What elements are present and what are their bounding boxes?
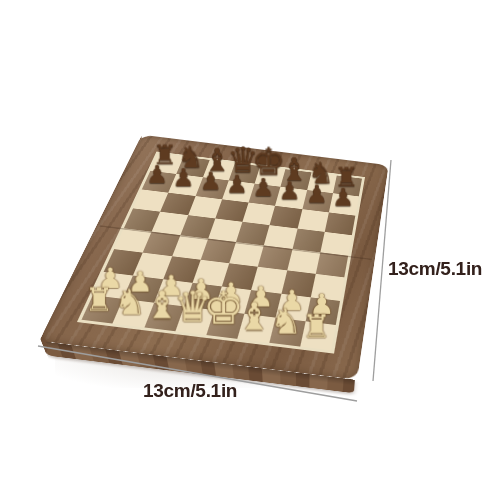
square-d3 — [192, 260, 229, 286]
square-c2 — [154, 279, 193, 306]
square-d4 — [200, 239, 236, 264]
square-f3 — [252, 267, 287, 293]
square-a1 — [82, 295, 124, 324]
board-playfield — [77, 151, 365, 353]
square-g2 — [275, 293, 311, 321]
square-b2 — [123, 275, 163, 302]
square-e1 — [206, 310, 244, 339]
square-g4 — [287, 249, 320, 274]
chess-scene: ♜♞♝♛♚♝♞♜♟♟♟♟♟♟♟♟♟♟♟♟♟♟♟♟♜♞♝♛♚♝♞♜ — [96, 102, 376, 382]
dimension-label-height: 13cm/5.1in — [388, 258, 482, 280]
square-h3 — [311, 274, 345, 301]
square-e4 — [229, 242, 264, 267]
square-a4 — [114, 228, 152, 253]
dimension-label-width: 13cm/5.1in — [143, 380, 237, 402]
square-h1 — [300, 321, 336, 350]
square-f1 — [238, 314, 276, 343]
square-d2 — [184, 282, 222, 309]
square-b4 — [143, 232, 180, 257]
square-c1 — [144, 302, 184, 331]
square-f2 — [245, 290, 281, 318]
square-g3 — [281, 271, 315, 297]
chess-board: ♜♞♝♛♚♝♞♜♟♟♟♟♟♟♟♟♟♟♟♟♟♟♟♟♜♞♝♛♚♝♞♜ — [39, 135, 388, 380]
product-photo-canvas: ♜♞♝♛♚♝♞♜♟♟♟♟♟♟♟♟♟♟♟♟♟♟♟♟♜♞♝♛♚♝♞♜ 13cm/5.… — [0, 0, 500, 500]
square-d1 — [175, 306, 214, 335]
board-frame — [39, 135, 388, 380]
square-b3 — [133, 253, 171, 279]
square-e2 — [214, 286, 251, 314]
square-a2 — [93, 272, 133, 299]
square-f4 — [258, 245, 292, 270]
square-g1 — [269, 317, 306, 346]
square-b1 — [113, 299, 154, 328]
square-c3 — [163, 256, 201, 282]
square-h2 — [305, 297, 340, 325]
square-h4 — [315, 252, 348, 277]
square-e3 — [222, 263, 258, 289]
square-a3 — [104, 249, 143, 275]
square-c4 — [172, 235, 208, 260]
